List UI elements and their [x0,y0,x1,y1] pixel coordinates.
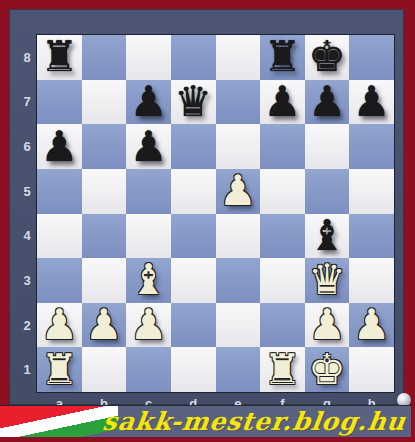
chess-board: ♜♜♚♟♛♟♟♟♟♟♟♝♝♛♟♟♟♟♟♜♜♚ [37,35,394,392]
rank-label-5: 5 [18,169,36,214]
square-g6[interactable] [305,124,350,169]
black-pawn: ♟ [353,80,391,124]
black-pawn: ♟ [264,80,302,124]
rank-label-8: 8 [18,35,36,80]
square-d5[interactable] [171,169,216,214]
square-h8[interactable] [349,35,394,80]
square-c7[interactable]: ♟ [126,80,171,125]
board-border: ♜♜♚♟♛♟♟♟♟♟♟♝♝♛♟♟♟♟♟♜♜♚ [36,34,395,393]
footer-banner: sakk-mester.blog.hu [0,405,411,437]
square-a3[interactable] [37,258,82,303]
square-f6[interactable] [260,124,305,169]
square-c5[interactable] [126,169,171,214]
square-a8[interactable]: ♜ [37,35,82,80]
rank-label-1: 1 [18,347,36,392]
chess-blog-diagram: ♜♜♚♟♛♟♟♟♟♟♟♝♝♛♟♟♟♟♟♜♜♚ 87654321 abcdefgh… [0,0,415,442]
square-e7[interactable] [216,80,261,125]
black-bishop: ♝ [308,214,346,258]
square-g7[interactable]: ♟ [305,80,350,125]
square-f5[interactable] [260,169,305,214]
white-pawn: ♟ [85,303,123,347]
square-a1[interactable]: ♜ [37,347,82,392]
white-rook: ♜ [264,348,302,392]
board-frame: ♜♜♚♟♛♟♟♟♟♟♟♝♝♛♟♟♟♟♟♜♜♚ 87654321 abcdefgh [9,9,404,405]
square-e4[interactable] [216,214,261,259]
white-pawn: ♟ [353,303,391,347]
square-a5[interactable] [37,169,82,214]
square-b2[interactable]: ♟ [82,303,127,348]
square-f4[interactable] [260,214,305,259]
hungarian-flag-icon [0,406,118,437]
rank-label-4: 4 [18,214,36,259]
black-king: ♚ [308,35,346,79]
square-d7[interactable]: ♛ [171,80,216,125]
black-pawn: ♟ [130,125,168,169]
square-b5[interactable] [82,169,127,214]
black-rook: ♜ [264,35,302,79]
rank-label-7: 7 [18,80,36,125]
square-d2[interactable] [171,303,216,348]
square-d6[interactable] [171,124,216,169]
square-a7[interactable] [37,80,82,125]
square-f7[interactable]: ♟ [260,80,305,125]
square-e6[interactable] [216,124,261,169]
square-b7[interactable] [82,80,127,125]
square-g8[interactable]: ♚ [305,35,350,80]
white-pawn: ♟ [308,303,346,347]
white-queen: ♛ [308,258,346,302]
site-url-text: sakk-mester.blog.hu [101,407,408,436]
square-d1[interactable] [171,347,216,392]
white-pawn: ♟ [130,303,168,347]
square-h5[interactable] [349,169,394,214]
rank-label-3: 3 [18,258,36,303]
black-rook: ♜ [40,35,78,79]
square-b6[interactable] [82,124,127,169]
square-d4[interactable] [171,214,216,259]
rank-labels: 87654321 [18,35,36,392]
square-h2[interactable]: ♟ [349,303,394,348]
white-king: ♚ [308,348,346,392]
square-h1[interactable] [349,347,394,392]
square-c2[interactable]: ♟ [126,303,171,348]
black-pawn: ♟ [308,80,346,124]
square-c4[interactable] [126,214,171,259]
square-e8[interactable] [216,35,261,80]
rank-label-2: 2 [18,303,36,348]
rank-label-6: 6 [18,124,36,169]
white-pawn: ♟ [40,303,78,347]
square-c8[interactable] [126,35,171,80]
square-c1[interactable] [126,347,171,392]
square-b8[interactable] [82,35,127,80]
square-c6[interactable]: ♟ [126,124,171,169]
square-f8[interactable]: ♜ [260,35,305,80]
white-rook: ♜ [40,348,78,392]
square-g5[interactable] [305,169,350,214]
square-f3[interactable] [260,258,305,303]
square-c3[interactable]: ♝ [126,258,171,303]
square-a6[interactable]: ♟ [37,124,82,169]
square-e1[interactable] [216,347,261,392]
square-h6[interactable] [349,124,394,169]
square-e3[interactable] [216,258,261,303]
square-a4[interactable] [37,214,82,259]
square-g4[interactable]: ♝ [305,214,350,259]
square-e2[interactable] [216,303,261,348]
square-d3[interactable] [171,258,216,303]
square-f1[interactable]: ♜ [260,347,305,392]
square-b1[interactable] [82,347,127,392]
square-g3[interactable]: ♛ [305,258,350,303]
white-pawn: ♟ [219,169,257,213]
square-e5[interactable]: ♟ [216,169,261,214]
black-queen: ♛ [174,80,212,124]
square-b3[interactable] [82,258,127,303]
square-g1[interactable]: ♚ [305,347,350,392]
square-d8[interactable] [171,35,216,80]
square-f2[interactable] [260,303,305,348]
square-g2[interactable]: ♟ [305,303,350,348]
square-h7[interactable]: ♟ [349,80,394,125]
square-b4[interactable] [82,214,127,259]
square-h4[interactable] [349,214,394,259]
square-h3[interactable] [349,258,394,303]
white-bishop: ♝ [130,258,168,302]
black-pawn: ♟ [40,125,78,169]
square-a2[interactable]: ♟ [37,303,82,348]
black-pawn: ♟ [130,80,168,124]
